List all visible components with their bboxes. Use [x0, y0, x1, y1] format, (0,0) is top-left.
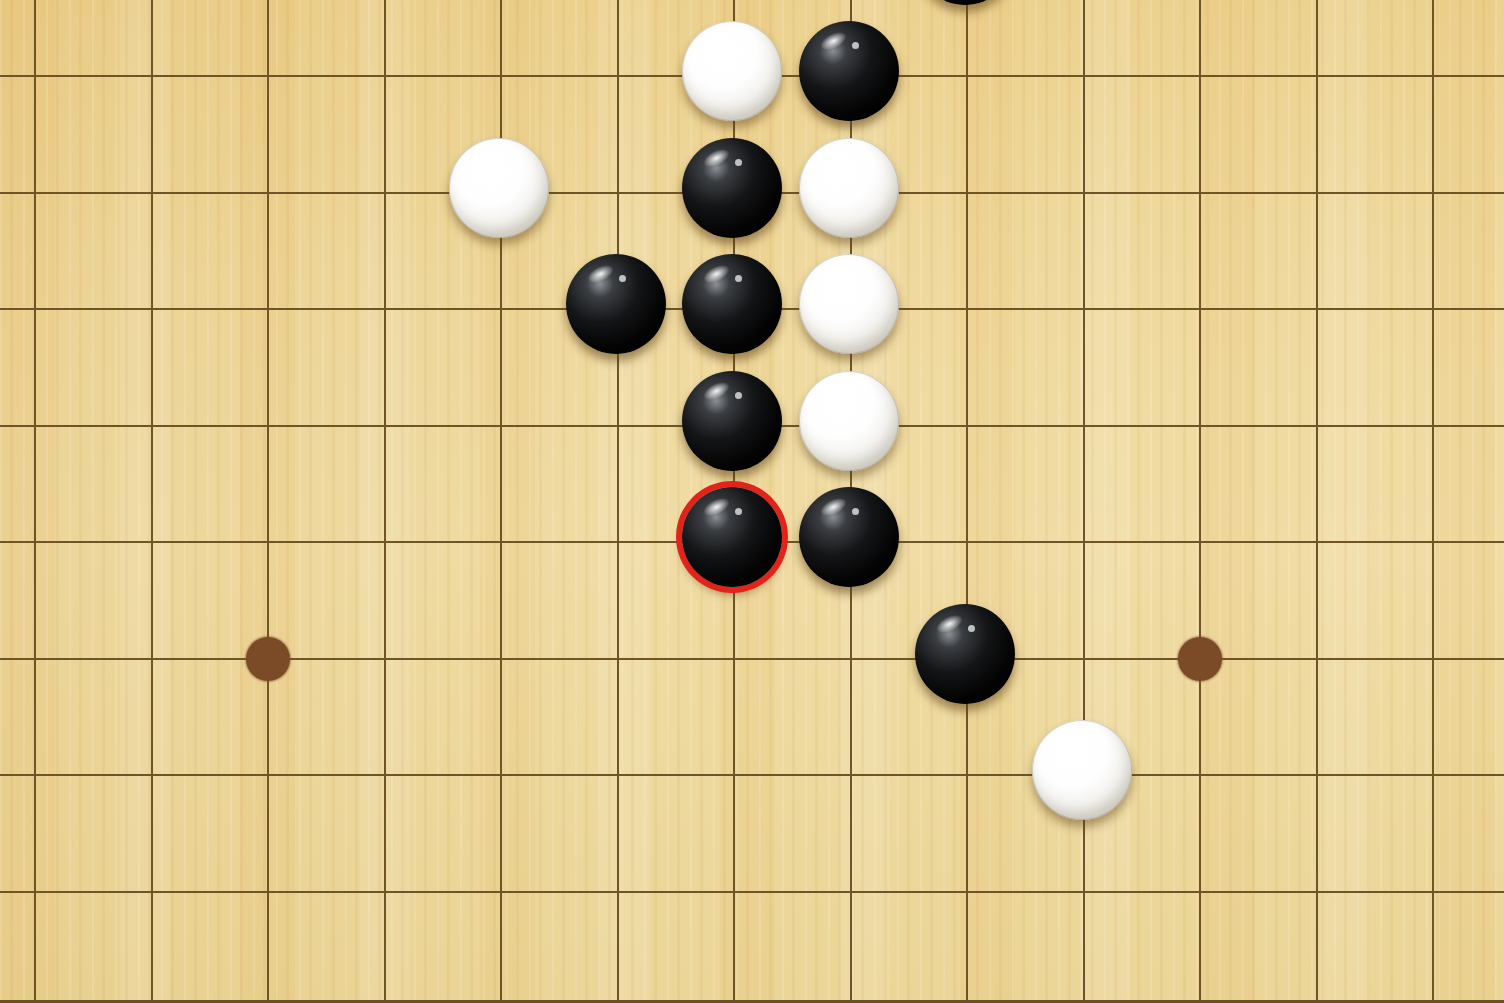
stone-black	[799, 487, 899, 587]
stone-black-partial	[915, 0, 1015, 5]
grid-line-vertical	[966, 0, 968, 1000]
grid-line-vertical	[34, 0, 36, 1000]
star-point	[1178, 637, 1222, 681]
go-board[interactable]	[0, 0, 1504, 1003]
grid-line-horizontal	[0, 774, 1504, 776]
stone-black	[915, 604, 1015, 704]
stone-black	[799, 21, 899, 121]
stone-white	[1032, 720, 1132, 820]
stone-black-last-move	[682, 487, 782, 587]
grid-line-vertical	[384, 0, 386, 1000]
stone-white	[799, 254, 899, 354]
stone-white	[799, 138, 899, 238]
stone-black	[566, 254, 666, 354]
grid-line-vertical	[1199, 0, 1201, 1000]
grid-line-horizontal	[0, 658, 1504, 660]
grid-line-horizontal	[0, 891, 1504, 893]
stone-white	[799, 371, 899, 471]
star-point	[246, 637, 290, 681]
grid-line-vertical	[1083, 0, 1085, 1000]
grid-line-vertical	[617, 0, 619, 1000]
grid-line-vertical	[1316, 0, 1318, 1000]
stone-black	[682, 254, 782, 354]
stone-black	[682, 138, 782, 238]
stone-black	[682, 371, 782, 471]
grid-line-vertical	[267, 0, 269, 1000]
grid-line-vertical	[151, 0, 153, 1000]
stone-white	[682, 21, 782, 121]
stone-white	[449, 138, 549, 238]
grid-line-vertical	[1432, 0, 1434, 1000]
